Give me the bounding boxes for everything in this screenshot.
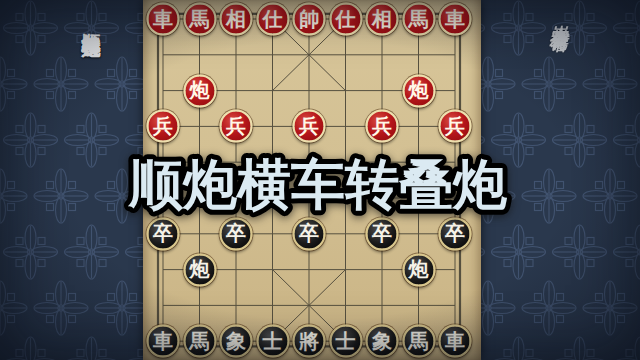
piece-character: 仕 — [336, 8, 356, 28]
piece-black-horse[interactable]: 馬 — [183, 325, 216, 358]
piece-red-advisor[interactable]: 仕 — [329, 3, 362, 36]
piece-red-soldier[interactable]: 兵 — [439, 110, 472, 143]
piece-red-cannon[interactable]: 炮 — [183, 74, 216, 107]
piece-character: 車 — [445, 330, 465, 350]
piece-red-chariot[interactable]: 車 — [439, 3, 472, 36]
piece-character: 卒 — [372, 223, 392, 243]
piece-character: 卒 — [226, 223, 246, 243]
piece-red-advisor[interactable]: 仕 — [256, 3, 289, 36]
piece-character: 卒 — [153, 223, 173, 243]
piece-black-horse[interactable]: 馬 — [402, 325, 435, 358]
piece-character: 仕 — [263, 8, 283, 28]
piece-character: 車 — [445, 8, 465, 28]
piece-black-elephant[interactable]: 象 — [366, 325, 399, 358]
piece-black-cannon[interactable]: 炮 — [183, 253, 216, 286]
piece-black-advisor[interactable]: 士 — [256, 325, 289, 358]
piece-character: 炮 — [190, 80, 210, 100]
piece-character: 卒 — [299, 223, 319, 243]
piece-character: 兵 — [153, 115, 173, 135]
piece-red-soldier[interactable]: 兵 — [366, 110, 399, 143]
piece-character: 馬 — [190, 8, 210, 28]
piece-character: 兵 — [299, 115, 319, 135]
piece-character: 象 — [372, 330, 392, 350]
piece-red-horse[interactable]: 馬 — [402, 3, 435, 36]
piece-character: 士 — [336, 330, 356, 350]
left-vertical-title: 顺炮横车转叠炮 — [78, 18, 104, 25]
piece-character: 車 — [153, 330, 173, 350]
piece-character: 相 — [226, 8, 246, 28]
piece-black-chariot[interactable]: 車 — [147, 325, 180, 358]
piece-character: 將 — [299, 330, 319, 350]
piece-black-advisor[interactable]: 士 — [329, 325, 362, 358]
piece-character: 炮 — [190, 259, 210, 279]
piece-character: 馬 — [409, 330, 429, 350]
piece-character: 兵 — [372, 115, 392, 135]
piece-character: 卒 — [445, 223, 465, 243]
piece-character: 兵 — [445, 115, 465, 135]
piece-red-cannon[interactable]: 炮 — [402, 74, 435, 107]
piece-black-chariot[interactable]: 車 — [439, 325, 472, 358]
piece-character: 馬 — [409, 8, 429, 28]
piece-red-soldier[interactable]: 兵 — [147, 110, 180, 143]
piece-black-general[interactable]: 將 — [293, 325, 326, 358]
piece-black-elephant[interactable]: 象 — [220, 325, 253, 358]
piece-red-horse[interactable]: 馬 — [183, 3, 216, 36]
overlay-title-text: 顺炮横车转叠炮 — [127, 154, 508, 214]
piece-character: 士 — [263, 330, 283, 350]
piece-red-soldier[interactable]: 兵 — [220, 110, 253, 143]
piece-character: 象 — [226, 330, 246, 350]
piece-character: 帥 — [299, 8, 319, 28]
piece-character: 炮 — [409, 80, 429, 100]
piece-red-chariot[interactable]: 車 — [147, 3, 180, 36]
piece-red-general[interactable]: 帥 — [293, 3, 326, 36]
piece-black-cannon[interactable]: 炮 — [402, 253, 435, 286]
piece-character: 車 — [153, 8, 173, 28]
piece-red-elephant[interactable]: 相 — [220, 3, 253, 36]
piece-character: 兵 — [226, 115, 246, 135]
piece-character: 炮 — [409, 259, 429, 279]
piece-red-elephant[interactable]: 相 — [366, 3, 399, 36]
piece-character: 馬 — [190, 330, 210, 350]
piece-red-soldier[interactable]: 兵 — [293, 110, 326, 143]
video-frame: 車馬相仕帥仕相馬車炮炮兵兵兵兵兵卒卒卒卒卒炮炮車馬象士將士象馬車 顺炮横车转叠炮… — [0, 0, 640, 360]
right-calligraphy-caption: 崇本堂梅花谱 — [548, 11, 571, 23]
piece-character: 相 — [372, 8, 392, 28]
overlay-title-banner: 顺炮横车转叠炮 — [0, 145, 640, 225]
